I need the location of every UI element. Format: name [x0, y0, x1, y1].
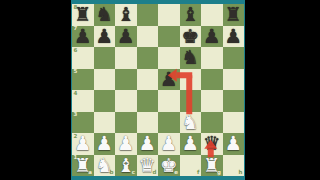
square-a8[interactable]: 8♜ — [72, 4, 94, 26]
square-e5[interactable]: ♟ — [158, 69, 180, 91]
square-g8[interactable] — [201, 4, 223, 26]
square-f5[interactable] — [180, 69, 202, 91]
piece-black-bishop[interactable]: ♝ — [182, 5, 199, 25]
square-b6[interactable] — [94, 47, 116, 69]
square-g2[interactable]: ♛ — [201, 133, 223, 155]
piece-white-bishop[interactable]: ♝ — [117, 155, 134, 175]
square-h5[interactable] — [223, 69, 245, 91]
square-c5[interactable] — [115, 69, 137, 91]
rank-label: 3 — [74, 112, 78, 118]
square-h1[interactable]: h — [223, 155, 245, 177]
piece-black-rook[interactable]: ♜ — [74, 5, 91, 25]
square-e8[interactable] — [158, 4, 180, 26]
piece-white-pawn[interactable]: ♟ — [74, 134, 91, 154]
square-g7[interactable]: ♟ — [201, 26, 223, 48]
square-d1[interactable]: d♛ — [137, 155, 159, 177]
file-label: f — [197, 170, 199, 176]
rank-label: 5 — [74, 69, 78, 75]
square-d5[interactable] — [137, 69, 159, 91]
square-g5[interactable] — [201, 69, 223, 91]
square-g1[interactable]: g♜ — [201, 155, 223, 177]
square-b3[interactable] — [94, 112, 116, 134]
square-h4[interactable] — [223, 90, 245, 112]
square-f4[interactable] — [180, 90, 202, 112]
square-a1[interactable]: 1a♜ — [72, 155, 94, 177]
square-b2[interactable]: ♟ — [94, 133, 116, 155]
square-g6[interactable] — [201, 47, 223, 69]
square-c3[interactable] — [115, 112, 137, 134]
square-h3[interactable] — [223, 112, 245, 134]
piece-black-pawn[interactable]: ♟ — [96, 26, 113, 46]
piece-black-pawn[interactable]: ♟ — [74, 26, 91, 46]
piece-white-pawn[interactable]: ♟ — [139, 134, 156, 154]
piece-black-pawn[interactable]: ♟ — [117, 26, 134, 46]
square-e2[interactable]: ♟ — [158, 133, 180, 155]
square-h2[interactable]: ♟ — [223, 133, 245, 155]
square-c4[interactable] — [115, 90, 137, 112]
letterbox-background: 8♜♞♝♝♜7♟♟♟♚♟♟6♞5♟43♞2♟♟♟♟♟♟♛♟1a♜b♞c♝d♛e♚… — [0, 0, 320, 180]
square-f1[interactable]: f — [180, 155, 202, 177]
square-d2[interactable]: ♟ — [137, 133, 159, 155]
piece-white-pawn[interactable]: ♟ — [160, 134, 177, 154]
square-d8[interactable] — [137, 4, 159, 26]
piece-black-rook[interactable]: ♜ — [225, 5, 242, 25]
video-frame: 8♜♞♝♝♜7♟♟♟♚♟♟6♞5♟43♞2♟♟♟♟♟♟♛♟1a♜b♞c♝d♛e♚… — [71, 0, 245, 180]
square-d7[interactable] — [137, 26, 159, 48]
square-e6[interactable] — [158, 47, 180, 69]
chess-board[interactable]: 8♜♞♝♝♜7♟♟♟♚♟♟6♞5♟43♞2♟♟♟♟♟♟♛♟1a♜b♞c♝d♛e♚… — [72, 4, 244, 176]
piece-white-queen[interactable]: ♛ — [139, 155, 156, 175]
piece-black-king[interactable]: ♚ — [182, 26, 199, 46]
piece-white-knight[interactable]: ♞ — [96, 155, 113, 175]
piece-white-pawn[interactable]: ♟ — [96, 134, 113, 154]
piece-white-pawn[interactable]: ♟ — [117, 134, 134, 154]
piece-black-pawn[interactable]: ♟ — [225, 26, 242, 46]
piece-black-knight[interactable]: ♞ — [96, 5, 113, 25]
square-f3[interactable]: ♞ — [180, 112, 202, 134]
square-b7[interactable]: ♟ — [94, 26, 116, 48]
square-d6[interactable] — [137, 47, 159, 69]
square-h6[interactable] — [223, 47, 245, 69]
piece-white-rook[interactable]: ♜ — [203, 155, 220, 175]
square-d3[interactable] — [137, 112, 159, 134]
square-f8[interactable]: ♝ — [180, 4, 202, 26]
square-c2[interactable]: ♟ — [115, 133, 137, 155]
square-c6[interactable] — [115, 47, 137, 69]
square-a3[interactable]: 3 — [72, 112, 94, 134]
square-d4[interactable] — [137, 90, 159, 112]
square-f6[interactable]: ♞ — [180, 47, 202, 69]
square-a5[interactable]: 5 — [72, 69, 94, 91]
piece-white-pawn[interactable]: ♟ — [182, 134, 199, 154]
piece-white-pawn[interactable]: ♟ — [225, 134, 242, 154]
square-e3[interactable] — [158, 112, 180, 134]
square-g4[interactable] — [201, 90, 223, 112]
square-c8[interactable]: ♝ — [115, 4, 137, 26]
square-e1[interactable]: e♚ — [158, 155, 180, 177]
square-h8[interactable]: ♜ — [223, 4, 245, 26]
piece-white-king[interactable]: ♚ — [160, 155, 177, 175]
square-g3[interactable] — [201, 112, 223, 134]
square-h7[interactable]: ♟ — [223, 26, 245, 48]
piece-black-bishop[interactable]: ♝ — [117, 5, 134, 25]
square-e4[interactable] — [158, 90, 180, 112]
square-f7[interactable]: ♚ — [180, 26, 202, 48]
square-a4[interactable]: 4 — [72, 90, 94, 112]
square-c1[interactable]: c♝ — [115, 155, 137, 177]
piece-black-pawn[interactable]: ♟ — [203, 26, 220, 46]
piece-black-pawn[interactable]: ♟ — [160, 69, 177, 89]
piece-white-rook[interactable]: ♜ — [74, 155, 91, 175]
rank-label: 6 — [74, 48, 78, 54]
file-label: h — [239, 170, 243, 176]
square-c7[interactable]: ♟ — [115, 26, 137, 48]
square-a7[interactable]: 7♟ — [72, 26, 94, 48]
rank-label: 4 — [74, 91, 78, 97]
square-b1[interactable]: b♞ — [94, 155, 116, 177]
square-b8[interactable]: ♞ — [94, 4, 116, 26]
square-b4[interactable] — [94, 90, 116, 112]
piece-black-queen[interactable]: ♛ — [203, 134, 220, 154]
square-b5[interactable] — [94, 69, 116, 91]
square-a2[interactable]: 2♟ — [72, 133, 94, 155]
square-e7[interactable] — [158, 26, 180, 48]
piece-black-knight[interactable]: ♞ — [182, 48, 199, 68]
square-a6[interactable]: 6 — [72, 47, 94, 69]
square-f2[interactable]: ♟ — [180, 133, 202, 155]
piece-white-knight[interactable]: ♞ — [182, 112, 199, 132]
